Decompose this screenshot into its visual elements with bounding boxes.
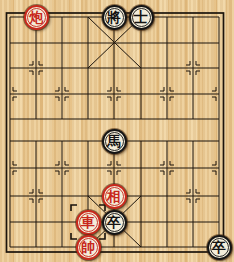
piece-red-chariot[interactable]: 車 [76, 210, 101, 235]
piece-red-general[interactable]: 帥 [76, 235, 101, 260]
piece-black-soldier-center[interactable]: 卒 [102, 210, 127, 235]
xiangqi-app: 炮將士馬相車卒帥卒 [0, 0, 234, 262]
piece-glyph: 卒 [212, 240, 226, 254]
piece-black-soldier-edge[interactable]: 卒 [207, 235, 232, 260]
piece-glyph: 卒 [107, 215, 121, 229]
piece-glyph: 炮 [29, 10, 43, 24]
piece-glyph: 帥 [81, 240, 95, 254]
piece-black-horse[interactable]: 馬 [102, 129, 127, 154]
piece-glyph: 將 [107, 10, 121, 24]
piece-black-advisor[interactable]: 士 [129, 5, 154, 30]
piece-glyph: 相 [107, 189, 121, 203]
piece-red-elephant[interactable]: 相 [102, 184, 127, 209]
piece-glyph: 車 [81, 215, 95, 229]
pieces-layer: 炮將士馬相車卒帥卒 [0, 0, 234, 262]
piece-glyph: 士 [134, 10, 148, 24]
piece-red-cannon[interactable]: 炮 [24, 5, 49, 30]
piece-black-general[interactable]: 將 [102, 5, 127, 30]
piece-glyph: 馬 [107, 134, 121, 148]
